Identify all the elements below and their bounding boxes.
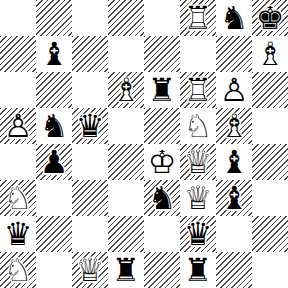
square-b6[interactable] xyxy=(36,72,72,108)
square-h4[interactable] xyxy=(252,144,288,180)
square-c8[interactable] xyxy=(72,0,108,36)
piece-halo: ♞ xyxy=(216,0,252,36)
black-rook-icon: ♜ xyxy=(180,252,216,288)
piece-halo: ♝ xyxy=(108,72,144,108)
square-f3[interactable]: ♛♕ xyxy=(180,180,216,216)
white-knight-icon: ♘ xyxy=(0,252,36,288)
square-a4[interactable] xyxy=(0,144,36,180)
chess-board: ♜♖♞♞♚♚♝♝♝♗♝♗♜♜♜♖♟♙♟♙♞♞♛♛♞♘♝♗♟♟♚♔♛♕♝♝♞♘♞♞… xyxy=(0,0,288,288)
piece-halo: ♛ xyxy=(72,108,108,144)
white-pawn-icon: ♙ xyxy=(0,108,36,144)
square-g6[interactable]: ♟♙ xyxy=(216,72,252,108)
square-h3[interactable] xyxy=(252,180,288,216)
square-a2[interactable]: ♛♛ xyxy=(0,216,36,252)
square-a7[interactable] xyxy=(0,36,36,72)
piece-halo: ♜ xyxy=(180,0,216,36)
piece-halo: ♝ xyxy=(36,36,72,72)
square-f6[interactable]: ♜♖ xyxy=(180,72,216,108)
piece-halo: ♞ xyxy=(0,180,36,216)
square-h2[interactable] xyxy=(252,216,288,252)
square-d8[interactable] xyxy=(108,0,144,36)
piece-halo: ♛ xyxy=(180,144,216,180)
square-e3[interactable]: ♞♞ xyxy=(144,180,180,216)
square-e1[interactable] xyxy=(144,252,180,288)
square-b7[interactable]: ♝♝ xyxy=(36,36,72,72)
piece-halo: ♜ xyxy=(108,252,144,288)
piece-halo: ♞ xyxy=(0,252,36,288)
square-a8[interactable] xyxy=(0,0,36,36)
white-bishop-icon: ♗ xyxy=(252,36,288,72)
black-bishop-icon: ♝ xyxy=(36,36,72,72)
piece-halo: ♝ xyxy=(216,108,252,144)
piece-halo: ♞ xyxy=(180,108,216,144)
square-b3[interactable] xyxy=(36,180,72,216)
square-c1[interactable]: ♛♕ xyxy=(72,252,108,288)
square-h5[interactable] xyxy=(252,108,288,144)
black-queen-icon: ♛ xyxy=(72,108,108,144)
square-d5[interactable] xyxy=(108,108,144,144)
square-b8[interactable] xyxy=(36,0,72,36)
piece-halo: ♟ xyxy=(216,72,252,108)
piece-halo: ♜ xyxy=(180,252,216,288)
black-knight-icon: ♞ xyxy=(144,180,180,216)
square-g5[interactable]: ♝♗ xyxy=(216,108,252,144)
square-e6[interactable]: ♜♜ xyxy=(144,72,180,108)
square-d4[interactable] xyxy=(108,144,144,180)
black-queen-icon: ♛ xyxy=(0,216,36,252)
square-b5[interactable]: ♞♞ xyxy=(36,108,72,144)
piece-halo: ♜ xyxy=(144,72,180,108)
piece-halo: ♛ xyxy=(180,180,216,216)
piece-halo: ♞ xyxy=(36,108,72,144)
square-e8[interactable] xyxy=(144,0,180,36)
white-king-icon: ♔ xyxy=(144,144,180,180)
square-c3[interactable] xyxy=(72,180,108,216)
square-c6[interactable] xyxy=(72,72,108,108)
black-bishop-icon: ♝ xyxy=(216,180,252,216)
square-a1[interactable]: ♞♘ xyxy=(0,252,36,288)
square-d7[interactable] xyxy=(108,36,144,72)
square-a6[interactable] xyxy=(0,72,36,108)
square-e7[interactable] xyxy=(144,36,180,72)
black-rook-icon: ♜ xyxy=(144,72,180,108)
black-rook-icon: ♜ xyxy=(108,252,144,288)
square-g3[interactable]: ♝♝ xyxy=(216,180,252,216)
white-knight-icon: ♘ xyxy=(180,108,216,144)
square-b2[interactable] xyxy=(36,216,72,252)
white-pawn-icon: ♙ xyxy=(216,72,252,108)
square-f7[interactable] xyxy=(180,36,216,72)
black-bishop-icon: ♝ xyxy=(216,144,252,180)
square-g2[interactable] xyxy=(216,216,252,252)
square-f1[interactable]: ♜♜ xyxy=(180,252,216,288)
square-a3[interactable]: ♞♘ xyxy=(0,180,36,216)
square-f2[interactable]: ♛♛ xyxy=(180,216,216,252)
white-rook-icon: ♖ xyxy=(180,72,216,108)
square-c7[interactable] xyxy=(72,36,108,72)
square-b4[interactable]: ♟♟ xyxy=(36,144,72,180)
white-rook-icon: ♖ xyxy=(180,0,216,36)
square-f5[interactable]: ♞♘ xyxy=(180,108,216,144)
black-knight-icon: ♞ xyxy=(36,108,72,144)
square-d1[interactable]: ♜♜ xyxy=(108,252,144,288)
square-c4[interactable] xyxy=(72,144,108,180)
piece-halo: ♝ xyxy=(216,144,252,180)
square-h7[interactable]: ♝♗ xyxy=(252,36,288,72)
square-e5[interactable] xyxy=(144,108,180,144)
square-g7[interactable] xyxy=(216,36,252,72)
white-bishop-icon: ♗ xyxy=(108,72,144,108)
piece-halo: ♝ xyxy=(216,180,252,216)
black-knight-icon: ♞ xyxy=(216,0,252,36)
white-queen-icon: ♕ xyxy=(180,180,216,216)
white-knight-icon: ♘ xyxy=(0,180,36,216)
black-king-icon: ♚ xyxy=(252,0,288,36)
piece-halo: ♜ xyxy=(180,72,216,108)
white-bishop-icon: ♗ xyxy=(216,108,252,144)
square-h1[interactable] xyxy=(252,252,288,288)
piece-halo: ♟ xyxy=(36,144,72,180)
white-queen-icon: ♕ xyxy=(72,252,108,288)
square-d6[interactable]: ♝♗ xyxy=(108,72,144,108)
piece-halo: ♞ xyxy=(144,180,180,216)
piece-halo: ♛ xyxy=(0,216,36,252)
square-h8[interactable]: ♚♚ xyxy=(252,0,288,36)
piece-halo: ♝ xyxy=(252,36,288,72)
square-g8[interactable]: ♞♞ xyxy=(216,0,252,36)
piece-halo: ♛ xyxy=(180,216,216,252)
white-queen-icon: ♕ xyxy=(180,144,216,180)
black-queen-icon: ♛ xyxy=(180,216,216,252)
square-d3[interactable] xyxy=(108,180,144,216)
square-f4[interactable]: ♛♕ xyxy=(180,144,216,180)
square-b1[interactable] xyxy=(36,252,72,288)
square-g4[interactable]: ♝♝ xyxy=(216,144,252,180)
square-e2[interactable] xyxy=(144,216,180,252)
square-g1[interactable] xyxy=(216,252,252,288)
square-d2[interactable] xyxy=(108,216,144,252)
piece-halo: ♚ xyxy=(252,0,288,36)
square-c5[interactable]: ♛♛ xyxy=(72,108,108,144)
square-f8[interactable]: ♜♖ xyxy=(180,0,216,36)
black-pawn-icon: ♟ xyxy=(36,144,72,180)
square-c2[interactable] xyxy=(72,216,108,252)
piece-halo: ♛ xyxy=(72,252,108,288)
piece-halo: ♟ xyxy=(0,108,36,144)
square-h6[interactable] xyxy=(252,72,288,108)
square-e4[interactable]: ♚♔ xyxy=(144,144,180,180)
square-a5[interactable]: ♟♙ xyxy=(0,108,36,144)
piece-halo: ♚ xyxy=(144,144,180,180)
